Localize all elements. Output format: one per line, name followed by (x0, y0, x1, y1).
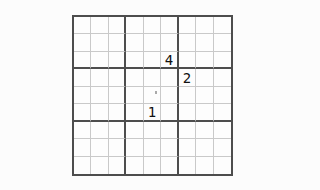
cell-r9c6[interactable] (161, 157, 178, 174)
cell-r7c5[interactable] (144, 122, 161, 139)
cell-r3c8[interactable] (196, 52, 213, 69)
cell-r7c2[interactable] (91, 122, 108, 139)
cell-r6c8[interactable] (196, 104, 213, 121)
cell-r4c4[interactable] (126, 69, 143, 86)
given-digit: 2 (183, 71, 191, 85)
cell-r7c6[interactable] (161, 122, 178, 139)
cell-r6c4[interactable] (126, 104, 143, 121)
cell-r9c9[interactable] (214, 157, 231, 174)
cell-r5c9[interactable] (214, 87, 231, 104)
cell-r7c9[interactable] (214, 122, 231, 139)
cell-r4c7[interactable]: 2 (179, 69, 196, 86)
cell-r4c9[interactable] (214, 69, 231, 86)
cell-r2c4[interactable] (126, 34, 143, 51)
cell-r3c9[interactable] (214, 52, 231, 69)
cell-r3c2[interactable] (91, 52, 108, 69)
cell-r2c1[interactable] (74, 34, 91, 51)
cell-r1c1[interactable] (74, 17, 91, 34)
cell-r3c7[interactable] (179, 52, 196, 69)
cell-r6c5[interactable]: 1 (144, 104, 161, 121)
cell-r8c9[interactable] (214, 139, 231, 156)
cell-r8c3[interactable] (109, 139, 126, 156)
cell-r4c6[interactable] (161, 69, 178, 86)
cell-r3c4[interactable] (126, 52, 143, 69)
cell-r9c8[interactable] (196, 157, 213, 174)
cell-r8c5[interactable] (144, 139, 161, 156)
cell-r8c8[interactable] (196, 139, 213, 156)
sudoku-board: 421 (72, 15, 233, 176)
cell-r9c2[interactable] (91, 157, 108, 174)
cell-r3c6[interactable]: 4 (161, 52, 178, 69)
cell-r5c3[interactable] (109, 87, 126, 104)
cell-r5c1[interactable] (74, 87, 91, 104)
cell-r9c5[interactable] (144, 157, 161, 174)
given-digit: 1 (148, 105, 156, 119)
cell-r4c8[interactable] (196, 69, 213, 86)
sudoku-grid: 421 (74, 17, 231, 174)
cell-r7c1[interactable] (74, 122, 91, 139)
cell-r6c3[interactable] (109, 104, 126, 121)
cell-r8c1[interactable] (74, 139, 91, 156)
cell-r1c8[interactable] (196, 17, 213, 34)
cell-r1c6[interactable] (161, 17, 178, 34)
cell-r8c4[interactable] (126, 139, 143, 156)
cell-r7c3[interactable] (109, 122, 126, 139)
cell-r9c3[interactable] (109, 157, 126, 174)
cell-r6c2[interactable] (91, 104, 108, 121)
cell-r7c7[interactable] (179, 122, 196, 139)
cell-r7c8[interactable] (196, 122, 213, 139)
cell-r4c2[interactable] (91, 69, 108, 86)
cell-r1c3[interactable] (109, 17, 126, 34)
cell-r2c2[interactable] (91, 34, 108, 51)
cell-r2c3[interactable] (109, 34, 126, 51)
cell-r1c5[interactable] (144, 17, 161, 34)
cell-r1c9[interactable] (214, 17, 231, 34)
cell-r9c1[interactable] (74, 157, 91, 174)
cell-r5c4[interactable] (126, 87, 143, 104)
cell-r5c8[interactable] (196, 87, 213, 104)
cell-r5c7[interactable] (179, 87, 196, 104)
cell-r1c7[interactable] (179, 17, 196, 34)
cell-r3c5[interactable] (144, 52, 161, 69)
cell-r4c3[interactable] (109, 69, 126, 86)
cell-r2c8[interactable] (196, 34, 213, 51)
cell-r6c9[interactable] (214, 104, 231, 121)
cell-r6c6[interactable] (161, 104, 178, 121)
cell-r2c7[interactable] (179, 34, 196, 51)
cell-r2c9[interactable] (214, 34, 231, 51)
cell-r6c1[interactable] (74, 104, 91, 121)
cell-r8c2[interactable] (91, 139, 108, 156)
cell-r2c5[interactable] (144, 34, 161, 51)
cell-r4c1[interactable] (74, 69, 91, 86)
cell-r3c3[interactable] (109, 52, 126, 69)
cell-r5c5[interactable] (144, 87, 161, 104)
cell-r2c6[interactable] (161, 34, 178, 51)
cell-r3c1[interactable] (74, 52, 91, 69)
cell-r9c4[interactable] (126, 157, 143, 174)
cell-r5c6[interactable] (161, 87, 178, 104)
cell-r1c4[interactable] (126, 17, 143, 34)
given-digit: 4 (165, 53, 173, 67)
cell-r8c6[interactable] (161, 139, 178, 156)
cell-r5c2[interactable] (91, 87, 108, 104)
cell-r9c7[interactable] (179, 157, 196, 174)
cell-r4c5[interactable] (144, 69, 161, 86)
cell-r1c2[interactable] (91, 17, 108, 34)
cell-r8c7[interactable] (179, 139, 196, 156)
cell-r7c4[interactable] (126, 122, 143, 139)
cell-r6c7[interactable] (179, 104, 196, 121)
faint-speck (155, 91, 157, 94)
